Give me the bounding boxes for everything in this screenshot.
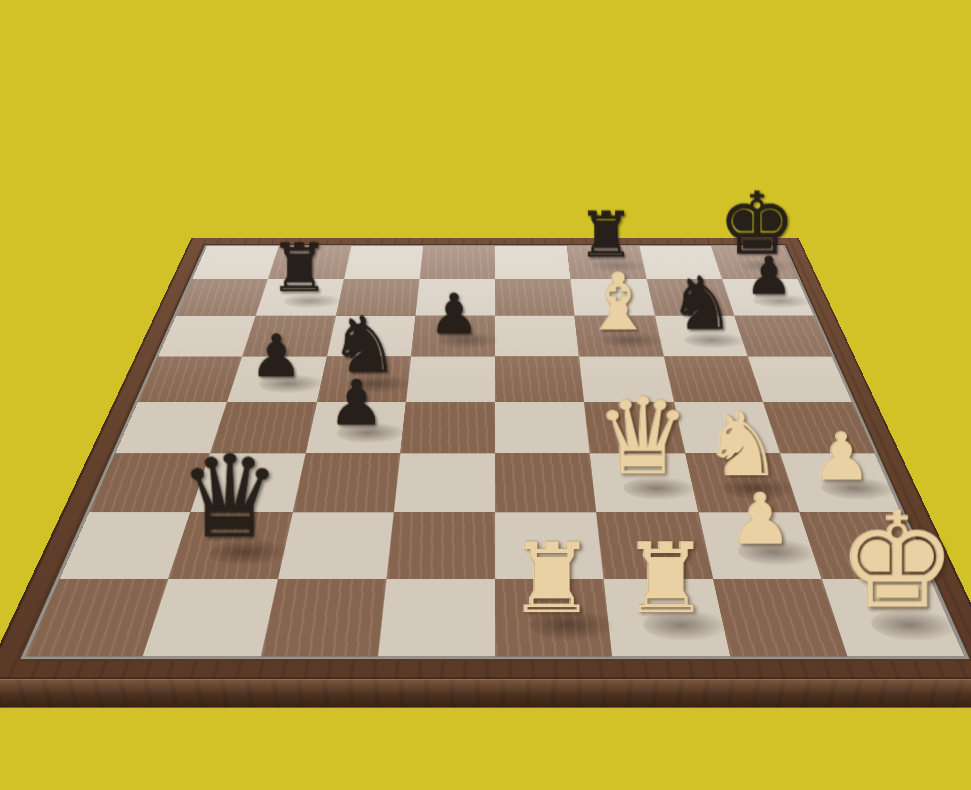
- square-d3[interactable]: [394, 453, 495, 511]
- square-d2[interactable]: [386, 512, 495, 579]
- square-d6[interactable]: ♟: [411, 316, 495, 357]
- square-h1[interactable]: ♚: [821, 579, 964, 656]
- square-d5[interactable]: [406, 356, 495, 402]
- square-d8[interactable]: [419, 246, 495, 279]
- square-e3[interactable]: [495, 453, 596, 511]
- board-squares: ♜♚♜♟♟♝♞♟♞♟♛♞♟♛♟♜♜♚: [26, 246, 965, 656]
- square-a5[interactable]: [138, 356, 242, 402]
- white-rook-icon: ♜: [495, 530, 609, 627]
- black-pawn-icon: ♟: [233, 326, 320, 385]
- square-c8[interactable]: [344, 246, 423, 279]
- black-rook-icon: ♜: [260, 235, 338, 302]
- chess-board: ♜♚♜♟♟♝♞♟♞♟♛♞♟♛♟♜♜♚: [0, 238, 971, 680]
- square-c1[interactable]: [260, 579, 386, 656]
- white-king-icon: ♚: [837, 494, 951, 627]
- black-pawn-icon: ♟: [309, 372, 402, 434]
- square-e5[interactable]: [495, 356, 584, 402]
- square-g1[interactable]: [713, 579, 847, 656]
- square-d4[interactable]: [400, 402, 495, 453]
- square-e4[interactable]: [495, 402, 590, 453]
- square-b1[interactable]: [143, 579, 277, 656]
- board-surface: ♜♚♜♟♟♝♞♟♞♟♛♞♟♛♟♜♜♚: [26, 246, 965, 656]
- white-bishop-icon: ♝: [578, 262, 661, 342]
- white-queen-icon: ♛: [594, 383, 693, 489]
- square-f1[interactable]: ♜: [604, 579, 730, 656]
- square-f3[interactable]: ♛: [590, 453, 698, 511]
- black-pawn-icon: ♟: [412, 286, 495, 341]
- board-frame-front: [0, 679, 971, 708]
- white-rook-icon: ♜: [609, 530, 723, 627]
- square-d1[interactable]: [378, 579, 495, 656]
- black-knight-icon: ♞: [660, 267, 743, 341]
- square-e6[interactable]: [495, 316, 579, 357]
- square-f6[interactable]: ♝: [575, 316, 664, 357]
- black-queen-icon: ♛: [177, 440, 283, 554]
- square-g6[interactable]: ♞: [654, 316, 747, 357]
- square-b2[interactable]: ♛: [169, 512, 293, 579]
- square-e1[interactable]: ♜: [495, 579, 612, 656]
- square-a7[interactable]: [176, 279, 268, 316]
- white-pawn-icon: ♟: [792, 423, 891, 490]
- square-e8[interactable]: [495, 246, 571, 279]
- square-h6[interactable]: [734, 316, 832, 357]
- square-c2[interactable]: [277, 512, 393, 579]
- square-c3[interactable]: [292, 453, 400, 511]
- scene: ♜♚♜♟♟♝♞♟♞♟♛♞♟♛♟♜♜♚: [0, 0, 971, 790]
- square-c4[interactable]: ♟: [305, 402, 406, 453]
- square-e7[interactable]: [495, 279, 575, 316]
